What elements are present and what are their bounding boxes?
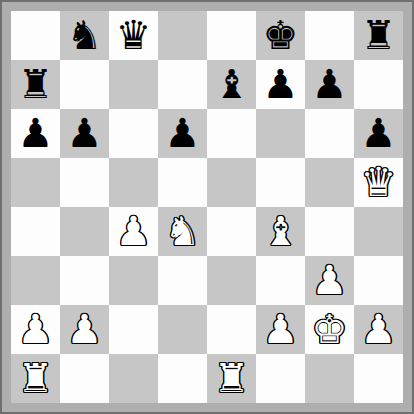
square-e4[interactable] [207,207,256,256]
piece-white-queen-icon[interactable]: ♛ [354,158,403,207]
square-d8[interactable] [158,11,207,60]
square-a4[interactable] [11,207,60,256]
square-b3[interactable] [60,256,109,305]
piece-white-rook-icon[interactable]: ♜ [207,354,256,403]
square-c1[interactable] [109,354,158,403]
square-b2[interactable]: ♟ [60,305,109,354]
piece-white-pawn-icon[interactable]: ♟ [305,256,354,305]
square-f8[interactable]: ♚ [256,11,305,60]
square-g1[interactable] [305,354,354,403]
piece-black-queen-icon[interactable]: ♛ [109,11,158,60]
square-g5[interactable] [305,158,354,207]
square-h7[interactable] [354,60,403,109]
square-b6[interactable]: ♟ [60,109,109,158]
square-f4[interactable]: ♝ [256,207,305,256]
chess-board: ♞♛♚♜♜♝♟♟♟♟♟♟♛♟♞♝♟♟♟♟♚♟♜♜ [11,11,403,403]
square-c2[interactable] [109,305,158,354]
piece-black-king-icon[interactable]: ♚ [256,11,305,60]
square-g4[interactable] [305,207,354,256]
piece-white-bishop-icon[interactable]: ♝ [256,207,305,256]
square-c4[interactable]: ♟ [109,207,158,256]
square-e1[interactable]: ♜ [207,354,256,403]
square-b7[interactable] [60,60,109,109]
piece-black-rook-icon[interactable]: ♜ [11,60,60,109]
piece-white-pawn-icon[interactable]: ♟ [109,207,158,256]
piece-black-pawn-icon[interactable]: ♟ [60,109,109,158]
square-g6[interactable] [305,109,354,158]
piece-white-king-icon[interactable]: ♚ [305,305,354,354]
square-c5[interactable] [109,158,158,207]
square-h4[interactable] [354,207,403,256]
board-frame: ♞♛♚♜♜♝♟♟♟♟♟♟♛♟♞♝♟♟♟♟♚♟♜♜ [0,0,414,414]
square-b8[interactable]: ♞ [60,11,109,60]
square-g7[interactable]: ♟ [305,60,354,109]
square-d6[interactable]: ♟ [158,109,207,158]
square-b5[interactable] [60,158,109,207]
square-f5[interactable] [256,158,305,207]
square-h1[interactable] [354,354,403,403]
square-c6[interactable] [109,109,158,158]
square-e2[interactable] [207,305,256,354]
piece-black-pawn-icon[interactable]: ♟ [158,109,207,158]
square-d5[interactable] [158,158,207,207]
piece-white-pawn-icon[interactable]: ♟ [11,305,60,354]
square-d1[interactable] [158,354,207,403]
square-e6[interactable] [207,109,256,158]
square-c8[interactable]: ♛ [109,11,158,60]
square-f2[interactable]: ♟ [256,305,305,354]
square-a5[interactable] [11,158,60,207]
square-a8[interactable] [11,11,60,60]
square-a2[interactable]: ♟ [11,305,60,354]
square-h3[interactable] [354,256,403,305]
square-f3[interactable] [256,256,305,305]
square-g3[interactable]: ♟ [305,256,354,305]
square-g2[interactable]: ♚ [305,305,354,354]
piece-black-rook-icon[interactable]: ♜ [354,11,403,60]
square-a3[interactable] [11,256,60,305]
piece-white-pawn-icon[interactable]: ♟ [60,305,109,354]
square-h5[interactable]: ♛ [354,158,403,207]
square-d2[interactable] [158,305,207,354]
square-h6[interactable]: ♟ [354,109,403,158]
square-c3[interactable] [109,256,158,305]
square-f7[interactable]: ♟ [256,60,305,109]
piece-black-knight-icon[interactable]: ♞ [60,11,109,60]
square-a1[interactable]: ♜ [11,354,60,403]
piece-white-pawn-icon[interactable]: ♟ [354,305,403,354]
piece-black-pawn-icon[interactable]: ♟ [11,109,60,158]
square-d4[interactable]: ♞ [158,207,207,256]
square-a6[interactable]: ♟ [11,109,60,158]
piece-white-rook-icon[interactable]: ♜ [11,354,60,403]
square-h8[interactable]: ♜ [354,11,403,60]
piece-white-knight-icon[interactable]: ♞ [158,207,207,256]
piece-black-bishop-icon[interactable]: ♝ [207,60,256,109]
piece-black-pawn-icon[interactable]: ♟ [256,60,305,109]
square-c7[interactable] [109,60,158,109]
square-f6[interactable] [256,109,305,158]
square-b1[interactable] [60,354,109,403]
piece-black-pawn-icon[interactable]: ♟ [354,109,403,158]
square-e7[interactable]: ♝ [207,60,256,109]
square-f1[interactable] [256,354,305,403]
square-b4[interactable] [60,207,109,256]
square-e3[interactable] [207,256,256,305]
square-d7[interactable] [158,60,207,109]
square-h2[interactable]: ♟ [354,305,403,354]
square-e5[interactable] [207,158,256,207]
square-d3[interactable] [158,256,207,305]
piece-black-pawn-icon[interactable]: ♟ [305,60,354,109]
square-e8[interactable] [207,11,256,60]
square-a7[interactable]: ♜ [11,60,60,109]
piece-white-pawn-icon[interactable]: ♟ [256,305,305,354]
square-g8[interactable] [305,11,354,60]
